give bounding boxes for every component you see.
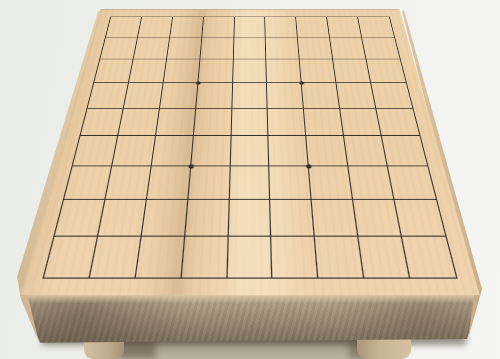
board-cell (193, 108, 232, 136)
board-cell (185, 200, 230, 237)
board-cell (141, 200, 188, 237)
board-cell (272, 237, 319, 278)
board-cell (395, 200, 446, 237)
board-cell (388, 167, 436, 200)
board-cell (54, 200, 105, 237)
board-cell (163, 59, 200, 83)
board-cell (188, 167, 230, 200)
board-cell (315, 237, 364, 278)
board-cell (72, 136, 118, 166)
board-cell (156, 108, 196, 136)
board-cell (112, 136, 156, 166)
board-cell (98, 200, 147, 237)
board-cell (191, 136, 231, 166)
board-cell (309, 167, 353, 200)
board-cell (129, 59, 167, 83)
board-cell (367, 59, 406, 83)
board-cell (88, 83, 129, 109)
board-cell (337, 83, 377, 109)
board-cell (300, 59, 337, 83)
board-cell (344, 136, 388, 166)
board-cell (196, 83, 233, 109)
board-cell (229, 167, 270, 200)
board-cell (181, 237, 228, 278)
board-cell (371, 83, 412, 109)
board-cell (198, 59, 233, 83)
board-cell (231, 108, 269, 136)
board-cell (298, 37, 333, 59)
board-cell (233, 37, 266, 59)
board-cell (327, 17, 362, 37)
board-cell (267, 59, 302, 83)
board-cell (228, 200, 271, 237)
board-cell (296, 17, 330, 37)
board-cell (269, 136, 309, 166)
board-cell (358, 17, 394, 37)
board-cell (106, 17, 142, 37)
board-cell (94, 59, 133, 83)
board-cell (118, 108, 160, 136)
board-cell (200, 37, 234, 59)
board-cell (312, 200, 359, 237)
board-cell (268, 108, 307, 136)
board-cell (124, 83, 164, 109)
board-cell (230, 136, 269, 166)
board-cell (302, 83, 340, 109)
hoshi-dot (299, 81, 304, 84)
board-cell (105, 167, 151, 200)
board-cell (100, 37, 138, 59)
board-cell (202, 17, 235, 37)
board-cell (349, 167, 395, 200)
board-cell (362, 37, 400, 59)
board-cell (135, 237, 184, 278)
board-cell (170, 17, 204, 37)
board-grid (42, 17, 457, 279)
board-cell (265, 17, 298, 37)
board-cell (227, 237, 273, 278)
board-cell (232, 83, 268, 109)
board-cell (234, 17, 266, 37)
board-cell (340, 108, 382, 136)
board-cell (233, 59, 268, 83)
board-cell (307, 136, 349, 166)
board-cell (353, 200, 402, 237)
board-cell (167, 37, 202, 59)
board-cell (270, 167, 312, 200)
board-cell (330, 37, 366, 59)
board-cell (138, 17, 173, 37)
board-top-surface (20, 9, 479, 295)
board-cell (90, 237, 142, 278)
board-cell (376, 108, 419, 136)
board-cell (151, 136, 193, 166)
board-cell (382, 136, 428, 166)
board-cell (147, 167, 191, 200)
board-cell (64, 167, 112, 200)
board-cell (160, 83, 198, 109)
board-cell (266, 37, 300, 59)
board-cell (133, 37, 169, 59)
board-cell (333, 59, 371, 83)
board-cell (267, 83, 304, 109)
hoshi-dot (306, 165, 312, 169)
board-cell (80, 108, 123, 136)
board-cell (402, 237, 456, 278)
board-cell (304, 108, 344, 136)
product-photo-scene (0, 0, 500, 359)
board-cell (271, 200, 316, 237)
